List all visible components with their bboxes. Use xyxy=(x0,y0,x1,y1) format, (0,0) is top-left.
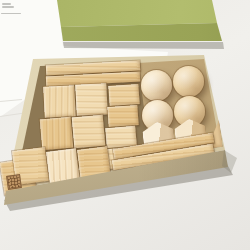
blocks-layer xyxy=(0,0,250,250)
block-square xyxy=(75,83,108,116)
block-cylinder xyxy=(173,66,204,97)
photo-wooden-block-set xyxy=(0,0,250,250)
block-brick xyxy=(107,105,138,127)
block-cylinder xyxy=(141,70,172,101)
block-square xyxy=(72,115,106,149)
block-square xyxy=(40,117,74,151)
block-square xyxy=(43,85,76,118)
maker-stamp xyxy=(6,174,22,190)
block-brick xyxy=(108,84,139,106)
block-brick xyxy=(105,126,137,149)
